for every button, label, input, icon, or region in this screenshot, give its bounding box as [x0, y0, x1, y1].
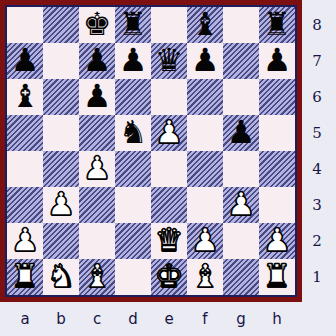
square-f1[interactable]: ♝ [187, 259, 223, 295]
square-d2[interactable] [115, 223, 151, 259]
piece-white-pawn: ♟ [187, 223, 223, 259]
square-g2[interactable] [223, 223, 259, 259]
square-e6[interactable] [151, 79, 187, 115]
piece-black-pawn: ♟ [79, 43, 115, 79]
piece-white-pawn: ♟ [7, 223, 43, 259]
square-h2[interactable]: ♟ [259, 223, 295, 259]
board-frame: ♚♜♝♜♟♟♟♛♟♟♝♟♞♟♟♟♟♟♟♛♟♟♜♞♝♚♝♜ [0, 0, 302, 302]
square-d5[interactable]: ♞ [115, 115, 151, 151]
square-a3[interactable] [7, 187, 43, 223]
square-d8[interactable]: ♜ [115, 7, 151, 43]
piece-black-pawn: ♟ [79, 79, 115, 115]
square-h7[interactable]: ♟ [259, 43, 295, 79]
file-label-h: h [259, 302, 295, 332]
square-b5[interactable] [43, 115, 79, 151]
square-g6[interactable] [223, 79, 259, 115]
square-a4[interactable] [7, 151, 43, 187]
square-b2[interactable] [43, 223, 79, 259]
square-e3[interactable] [151, 187, 187, 223]
square-a6[interactable]: ♝ [7, 79, 43, 115]
square-h6[interactable] [259, 79, 295, 115]
square-g1[interactable] [223, 259, 259, 295]
square-c6[interactable]: ♟ [79, 79, 115, 115]
file-label-a: a [7, 302, 43, 332]
square-c3[interactable] [79, 187, 115, 223]
piece-white-bishop: ♝ [79, 259, 115, 295]
piece-white-king: ♚ [151, 259, 187, 295]
file-label-c: c [79, 302, 115, 332]
square-e5[interactable]: ♟ [151, 115, 187, 151]
square-f2[interactable]: ♟ [187, 223, 223, 259]
square-h8[interactable]: ♜ [259, 7, 295, 43]
square-f5[interactable] [187, 115, 223, 151]
piece-white-rook: ♜ [7, 259, 43, 295]
square-b3[interactable]: ♟ [43, 187, 79, 223]
piece-black-pawn: ♟ [187, 43, 223, 79]
square-c4[interactable]: ♟ [79, 151, 115, 187]
piece-white-pawn: ♟ [259, 223, 295, 259]
square-c1[interactable]: ♝ [79, 259, 115, 295]
square-c8[interactable]: ♚ [79, 7, 115, 43]
piece-white-pawn: ♟ [223, 187, 259, 223]
square-f3[interactable] [187, 187, 223, 223]
square-b6[interactable] [43, 79, 79, 115]
square-d4[interactable] [115, 151, 151, 187]
square-e8[interactable] [151, 7, 187, 43]
piece-black-queen: ♛ [151, 43, 187, 79]
square-g8[interactable] [223, 7, 259, 43]
square-d7[interactable]: ♟ [115, 43, 151, 79]
square-h4[interactable] [259, 151, 295, 187]
chess-board: ♚♜♝♜♟♟♟♛♟♟♝♟♞♟♟♟♟♟♟♛♟♟♜♞♝♚♝♜ [7, 7, 295, 295]
rank-label-8: 8 [302, 7, 332, 43]
board-inner-border: ♚♜♝♜♟♟♟♛♟♟♝♟♞♟♟♟♟♟♟♛♟♟♜♞♝♚♝♜ [5, 5, 297, 297]
square-b7[interactable] [43, 43, 79, 79]
square-f7[interactable]: ♟ [187, 43, 223, 79]
file-labels: a b c d e f g h [7, 302, 295, 332]
square-d1[interactable] [115, 259, 151, 295]
square-b4[interactable] [43, 151, 79, 187]
rank-label-7: 7 [302, 43, 332, 79]
square-h3[interactable] [259, 187, 295, 223]
piece-black-rook: ♜ [115, 7, 151, 43]
square-f4[interactable] [187, 151, 223, 187]
piece-white-queen: ♛ [151, 223, 187, 259]
piece-black-pawn: ♟ [115, 43, 151, 79]
square-a1[interactable]: ♜ [7, 259, 43, 295]
rank-label-6: 6 [302, 79, 332, 115]
piece-black-knight: ♞ [115, 115, 151, 151]
square-d3[interactable] [115, 187, 151, 223]
square-d6[interactable] [115, 79, 151, 115]
rank-label-1: 1 [302, 259, 332, 295]
rank-label-5: 5 [302, 115, 332, 151]
rank-labels: 8 7 6 5 4 3 2 1 [302, 7, 332, 295]
file-label-d: d [115, 302, 151, 332]
square-f6[interactable] [187, 79, 223, 115]
square-g7[interactable] [223, 43, 259, 79]
rank-label-3: 3 [302, 187, 332, 223]
square-g4[interactable] [223, 151, 259, 187]
rank-label-2: 2 [302, 223, 332, 259]
file-label-b: b [43, 302, 79, 332]
piece-white-rook: ♜ [259, 259, 295, 295]
square-h5[interactable] [259, 115, 295, 151]
square-f8[interactable]: ♝ [187, 7, 223, 43]
square-c2[interactable] [79, 223, 115, 259]
rank-label-4: 4 [302, 151, 332, 187]
chess-diagram: ♚♜♝♜♟♟♟♛♟♟♝♟♞♟♟♟♟♟♟♛♟♟♜♞♝♚♝♜ 8 7 6 5 4 3… [0, 0, 336, 336]
piece-black-pawn: ♟ [259, 43, 295, 79]
square-e1[interactable]: ♚ [151, 259, 187, 295]
square-a2[interactable]: ♟ [7, 223, 43, 259]
piece-black-bishop: ♝ [187, 7, 223, 43]
file-label-g: g [223, 302, 259, 332]
piece-white-pawn: ♟ [79, 151, 115, 187]
square-a5[interactable] [7, 115, 43, 151]
piece-white-knight: ♞ [43, 259, 79, 295]
square-g3[interactable]: ♟ [223, 187, 259, 223]
square-b8[interactable] [43, 7, 79, 43]
square-e7[interactable]: ♛ [151, 43, 187, 79]
piece-black-bishop: ♝ [7, 79, 43, 115]
square-e2[interactable]: ♛ [151, 223, 187, 259]
piece-white-pawn: ♟ [43, 187, 79, 223]
piece-black-pawn: ♟ [223, 115, 259, 151]
piece-black-king: ♚ [79, 7, 115, 43]
square-h1[interactable]: ♜ [259, 259, 295, 295]
square-c5[interactable] [79, 115, 115, 151]
square-b1[interactable]: ♞ [43, 259, 79, 295]
piece-white-pawn: ♟ [151, 115, 187, 151]
square-c7[interactable]: ♟ [79, 43, 115, 79]
piece-black-rook: ♜ [259, 7, 295, 43]
file-label-f: f [187, 302, 223, 332]
piece-white-bishop: ♝ [187, 259, 223, 295]
square-g5[interactable]: ♟ [223, 115, 259, 151]
square-a8[interactable] [7, 7, 43, 43]
square-e4[interactable] [151, 151, 187, 187]
piece-black-pawn: ♟ [7, 43, 43, 79]
file-label-e: e [151, 302, 187, 332]
square-a7[interactable]: ♟ [7, 43, 43, 79]
